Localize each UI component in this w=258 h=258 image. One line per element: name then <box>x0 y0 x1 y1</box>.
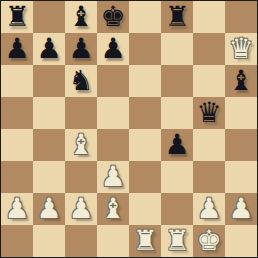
square-h7[interactable]: ♛ <box>225 33 257 65</box>
square-e8[interactable] <box>129 1 161 33</box>
piece-black-pawn: ♟ <box>161 129 193 161</box>
piece-black-rook: ♜ <box>161 1 193 33</box>
square-a7[interactable]: ♟ <box>1 33 33 65</box>
square-g7[interactable] <box>193 33 225 65</box>
square-g2[interactable]: ♟ <box>193 193 225 225</box>
square-d6[interactable] <box>97 65 129 97</box>
square-f3[interactable] <box>161 161 193 193</box>
piece-white-rook: ♜ <box>161 225 193 257</box>
piece-black-queen: ♛ <box>193 97 225 129</box>
piece-white-king: ♚ <box>193 225 225 257</box>
square-g4[interactable] <box>193 129 225 161</box>
piece-white-pawn: ♟ <box>225 193 257 225</box>
square-b6[interactable] <box>33 65 65 97</box>
square-b5[interactable] <box>33 97 65 129</box>
square-e4[interactable] <box>129 129 161 161</box>
square-a8[interactable]: ♜ <box>1 1 33 33</box>
square-d3[interactable]: ♟ <box>97 161 129 193</box>
square-c3[interactable] <box>65 161 97 193</box>
square-a2[interactable]: ♟ <box>1 193 33 225</box>
square-h6[interactable]: ♝ <box>225 65 257 97</box>
square-h5[interactable] <box>225 97 257 129</box>
piece-white-pawn: ♟ <box>193 193 225 225</box>
square-f7[interactable] <box>161 33 193 65</box>
piece-black-pawn: ♟ <box>1 33 33 65</box>
piece-white-pawn: ♟ <box>1 193 33 225</box>
square-d2[interactable]: ♝ <box>97 193 129 225</box>
square-a4[interactable] <box>1 129 33 161</box>
piece-black-rook: ♜ <box>1 1 33 33</box>
square-b7[interactable]: ♟ <box>33 33 65 65</box>
square-e5[interactable] <box>129 97 161 129</box>
square-h3[interactable] <box>225 161 257 193</box>
piece-black-pawn: ♟ <box>65 33 97 65</box>
square-g1[interactable]: ♚ <box>193 225 225 257</box>
piece-black-bishop: ♝ <box>65 1 97 33</box>
square-c5[interactable] <box>65 97 97 129</box>
piece-white-pawn: ♟ <box>65 193 97 225</box>
square-d5[interactable] <box>97 97 129 129</box>
square-d8[interactable]: ♚ <box>97 1 129 33</box>
piece-black-king: ♚ <box>97 1 129 33</box>
piece-black-pawn: ♟ <box>33 33 65 65</box>
square-f4[interactable]: ♟ <box>161 129 193 161</box>
piece-white-bishop: ♝ <box>65 129 97 161</box>
square-f1[interactable]: ♜ <box>161 225 193 257</box>
square-a1[interactable] <box>1 225 33 257</box>
piece-black-bishop: ♝ <box>225 65 257 97</box>
square-b3[interactable] <box>33 161 65 193</box>
piece-white-bishop: ♝ <box>97 193 129 225</box>
piece-black-knight: ♞ <box>65 65 97 97</box>
square-e2[interactable] <box>129 193 161 225</box>
square-g6[interactable] <box>193 65 225 97</box>
square-e7[interactable] <box>129 33 161 65</box>
square-h4[interactable] <box>225 129 257 161</box>
square-g3[interactable] <box>193 161 225 193</box>
square-c7[interactable]: ♟ <box>65 33 97 65</box>
square-b2[interactable]: ♟ <box>33 193 65 225</box>
square-c1[interactable] <box>65 225 97 257</box>
square-d7[interactable]: ♟ <box>97 33 129 65</box>
square-f5[interactable] <box>161 97 193 129</box>
square-h8[interactable] <box>225 1 257 33</box>
chess-board: ♜♝♚♜♟♟♟♟♛♞♝♛♝♟♟♟♟♟♝♟♟♜♜♚ <box>1 1 257 257</box>
piece-white-queen: ♛ <box>225 33 257 65</box>
square-g5[interactable]: ♛ <box>193 97 225 129</box>
piece-white-pawn: ♟ <box>33 193 65 225</box>
square-a5[interactable] <box>1 97 33 129</box>
square-c8[interactable]: ♝ <box>65 1 97 33</box>
square-g8[interactable] <box>193 1 225 33</box>
square-h2[interactable]: ♟ <box>225 193 257 225</box>
square-b4[interactable] <box>33 129 65 161</box>
square-f2[interactable] <box>161 193 193 225</box>
piece-black-pawn: ♟ <box>97 33 129 65</box>
square-f8[interactable]: ♜ <box>161 1 193 33</box>
square-f6[interactable] <box>161 65 193 97</box>
square-c6[interactable]: ♞ <box>65 65 97 97</box>
square-h1[interactable] <box>225 225 257 257</box>
square-d4[interactable] <box>97 129 129 161</box>
piece-white-pawn: ♟ <box>97 161 129 193</box>
square-e1[interactable]: ♜ <box>129 225 161 257</box>
square-b1[interactable] <box>33 225 65 257</box>
square-a3[interactable] <box>1 161 33 193</box>
chess-board-frame: ♜♝♚♜♟♟♟♟♛♞♝♛♝♟♟♟♟♟♝♟♟♜♜♚ <box>0 0 258 258</box>
square-d1[interactable] <box>97 225 129 257</box>
square-e6[interactable] <box>129 65 161 97</box>
square-b8[interactable] <box>33 1 65 33</box>
square-c2[interactable]: ♟ <box>65 193 97 225</box>
piece-white-rook: ♜ <box>129 225 161 257</box>
square-a6[interactable] <box>1 65 33 97</box>
square-c4[interactable]: ♝ <box>65 129 97 161</box>
square-e3[interactable] <box>129 161 161 193</box>
